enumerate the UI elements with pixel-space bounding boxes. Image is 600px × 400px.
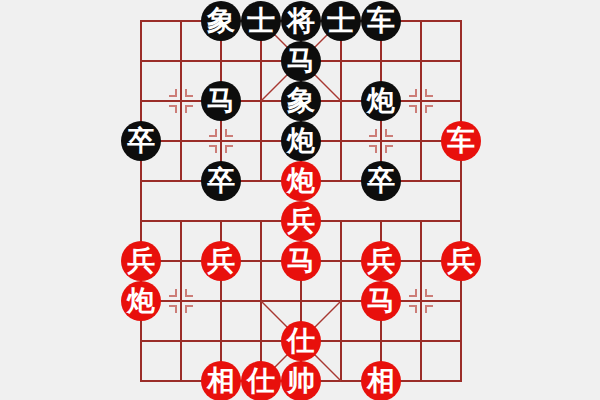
piece-red-elephant[interactable]: 相 bbox=[201, 361, 241, 400]
point-marker bbox=[409, 89, 433, 113]
piece-black-horse[interactable]: 马 bbox=[281, 41, 321, 81]
piece-red-general[interactable]: 帅 bbox=[281, 361, 321, 400]
piece-black-horse[interactable]: 马 bbox=[201, 81, 241, 121]
point-marker-corner bbox=[169, 105, 177, 113]
piece-black-chariot[interactable]: 车 bbox=[361, 1, 401, 41]
piece-red-cannon[interactable]: 炮 bbox=[281, 161, 321, 201]
piece-red-soldier[interactable]: 兵 bbox=[361, 241, 401, 281]
point-marker-corner bbox=[425, 289, 433, 297]
piece-red-advisor[interactable]: 仕 bbox=[281, 321, 321, 361]
piece-red-soldier[interactable]: 兵 bbox=[121, 241, 161, 281]
point-marker-corner bbox=[225, 145, 233, 153]
point-marker bbox=[369, 129, 393, 153]
point-marker-corner bbox=[409, 289, 417, 297]
point-marker-corner bbox=[185, 305, 193, 313]
piece-black-elephant[interactable]: 象 bbox=[201, 1, 241, 41]
point-marker-corner bbox=[185, 105, 193, 113]
piece-black-cannon[interactable]: 炮 bbox=[281, 121, 321, 161]
xiangqi-board[interactable]: 象士将士车马马象炮卒炮车卒炮卒兵兵兵马兵兵炮马仕相仕帅相 bbox=[140, 20, 462, 382]
piece-red-horse[interactable]: 马 bbox=[281, 241, 321, 281]
point-marker-corner bbox=[409, 305, 417, 313]
point-marker bbox=[169, 89, 193, 113]
point-marker-corner bbox=[169, 305, 177, 313]
piece-red-soldier[interactable]: 兵 bbox=[441, 241, 481, 281]
piece-red-cannon[interactable]: 炮 bbox=[121, 281, 161, 321]
piece-black-general[interactable]: 将 bbox=[281, 1, 321, 41]
point-marker-corner bbox=[209, 129, 217, 137]
point-marker-corner bbox=[369, 145, 377, 153]
point-marker-corner bbox=[409, 105, 417, 113]
point-marker bbox=[169, 289, 193, 313]
point-marker-corner bbox=[425, 89, 433, 97]
piece-red-advisor[interactable]: 仕 bbox=[241, 361, 281, 400]
piece-black-soldier[interactable]: 卒 bbox=[201, 161, 241, 201]
point-marker-corner bbox=[185, 289, 193, 297]
piece-black-advisor[interactable]: 士 bbox=[321, 1, 361, 41]
point-marker-corner bbox=[425, 105, 433, 113]
point-marker bbox=[409, 289, 433, 313]
point-marker-corner bbox=[209, 145, 217, 153]
piece-black-soldier[interactable]: 卒 bbox=[361, 161, 401, 201]
piece-red-soldier[interactable]: 兵 bbox=[201, 241, 241, 281]
point-marker-corner bbox=[369, 129, 377, 137]
xiangqi-screenshot: 象士将士车马马象炮卒炮车卒炮卒兵兵兵马兵兵炮马仕相仕帅相 bbox=[0, 0, 600, 400]
point-marker bbox=[209, 129, 233, 153]
piece-red-elephant[interactable]: 相 bbox=[361, 361, 401, 400]
piece-black-cannon[interactable]: 炮 bbox=[361, 81, 401, 121]
point-marker-corner bbox=[169, 289, 177, 297]
piece-black-soldier[interactable]: 卒 bbox=[121, 121, 161, 161]
point-marker-corner bbox=[225, 129, 233, 137]
point-marker-corner bbox=[385, 145, 393, 153]
point-marker-corner bbox=[169, 89, 177, 97]
point-marker-corner bbox=[385, 129, 393, 137]
piece-red-horse[interactable]: 马 bbox=[361, 281, 401, 321]
piece-black-elephant[interactable]: 象 bbox=[281, 81, 321, 121]
point-marker-corner bbox=[409, 89, 417, 97]
point-marker-corner bbox=[185, 89, 193, 97]
piece-red-chariot[interactable]: 车 bbox=[441, 121, 481, 161]
piece-red-soldier[interactable]: 兵 bbox=[281, 201, 321, 241]
point-marker-corner bbox=[425, 305, 433, 313]
piece-black-advisor[interactable]: 士 bbox=[241, 1, 281, 41]
